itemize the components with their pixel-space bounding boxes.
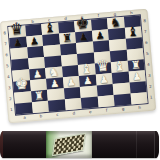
square-a1 <box>15 102 32 114</box>
coordinate-label: 6 <box>145 40 148 44</box>
coordinate-label: h <box>131 105 148 110</box>
coordinate-label: 4 <box>147 62 150 66</box>
chess-mat: ♛♝♚♞♟♟♜♟♟♝♟♞♝♛♝♜♚♟♟♟♟♟♜ abcdefgh abcdefg… <box>0 9 156 124</box>
chess-set-thumbnail-icon <box>52 133 86 156</box>
coordinate-label: 8 <box>3 31 6 35</box>
square-f1 <box>97 95 114 107</box>
tube-label <box>46 131 92 158</box>
coordinate-label: 7 <box>144 29 147 33</box>
coordinate-label: 5 <box>146 51 149 55</box>
coordinate-label: 3 <box>148 73 151 77</box>
coordinate-label: a <box>16 115 33 120</box>
coordinate-label: 1 <box>150 95 153 99</box>
mat-border: ♛♝♚♞♟♟♜♟♟♝♟♞♝♛♝♜♚♟♟♟♟♟♜ abcdefgh abcdefg… <box>0 9 156 124</box>
coordinate-label: e <box>82 109 99 114</box>
coordinate-label: 5 <box>6 64 9 68</box>
product-photo: ♛♝♚♞♟♟♜♟♟♝♟♞♝♛♝♜♚♟♟♟♟♟♜ abcdefgh abcdefg… <box>0 0 160 160</box>
coordinate-label: 6 <box>5 53 8 57</box>
coordinate-label: 3 <box>8 85 11 89</box>
square-g1 <box>114 94 131 106</box>
coordinate-label: 2 <box>9 96 12 100</box>
coordinate-label: d <box>65 111 82 116</box>
tube-cap-right <box>154 131 159 158</box>
coordinate-label: f <box>98 108 115 113</box>
coordinate-label: 7 <box>4 42 7 46</box>
coordinate-label: 2 <box>149 84 152 88</box>
coordinate-label: 4 <box>7 75 10 79</box>
coordinate-label: b <box>33 114 50 119</box>
tube-cap-left <box>0 131 3 158</box>
coordinate-label: 8 <box>143 18 146 22</box>
coordinate-label: c <box>49 112 66 117</box>
coordinate-label: 1 <box>10 107 13 111</box>
tube-seam <box>136 131 137 158</box>
carrying-tube <box>0 131 159 158</box>
square-b1 <box>31 101 48 113</box>
square-c1 <box>48 99 65 111</box>
board-grid: ♛♝♚♞♟♟♜♟♟♝♟♞♝♛♝♜♚♟♟♟♟♟♜ <box>8 15 147 114</box>
square-e1 <box>81 96 98 108</box>
square-h1 <box>130 92 147 104</box>
square-d1 <box>64 98 81 110</box>
coordinate-label: g <box>115 107 132 112</box>
